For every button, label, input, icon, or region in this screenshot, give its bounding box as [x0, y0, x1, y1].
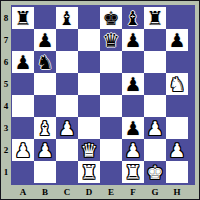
square-b5[interactable] — [34, 73, 56, 95]
square-d8[interactable] — [78, 7, 100, 29]
piece-white-rook-d1[interactable]: ♜ — [80, 161, 97, 183]
square-b6[interactable]: ♞ — [34, 51, 56, 73]
square-f7[interactable]: ♟ — [122, 29, 144, 51]
square-g4[interactable] — [144, 95, 166, 117]
piece-white-pawn-h2[interactable]: ♟ — [168, 139, 185, 161]
piece-black-knight-b6[interactable]: ♞ — [36, 51, 53, 73]
piece-white-pawn-a2[interactable]: ♟ — [14, 139, 31, 161]
piece-white-king-g1[interactable]: ♚ — [146, 161, 163, 183]
square-b3[interactable]: ♝ — [34, 117, 56, 139]
piece-white-pawn-b2[interactable]: ♟ — [36, 139, 53, 161]
file-label-e: E — [100, 187, 122, 198]
rank-label-4: 4 — [1, 95, 11, 117]
piece-white-knight-h5[interactable]: ♞ — [168, 73, 185, 95]
square-a5[interactable] — [12, 73, 34, 95]
piece-white-pawn-f2[interactable]: ♟ — [124, 139, 141, 161]
square-c7[interactable] — [56, 29, 78, 51]
piece-white-pawn-g3[interactable]: ♟ — [146, 117, 163, 139]
rank-label-8: 8 — [1, 7, 11, 29]
piece-white-queen-d2[interactable]: ♛ — [80, 139, 97, 161]
piece-black-pawn-b7[interactable]: ♟ — [36, 29, 53, 51]
square-d5[interactable] — [78, 73, 100, 95]
square-c2[interactable] — [56, 139, 78, 161]
square-f8[interactable]: ♝ — [122, 7, 144, 29]
square-c6[interactable] — [56, 51, 78, 73]
file-label-f: F — [122, 187, 144, 198]
rank-label-7: 7 — [1, 29, 11, 51]
square-c5[interactable] — [56, 73, 78, 95]
file-label-b: B — [34, 187, 56, 198]
piece-black-bishop-c8[interactable]: ♝ — [58, 7, 75, 29]
square-g6[interactable] — [144, 51, 166, 73]
square-d4[interactable] — [78, 95, 100, 117]
square-g1[interactable]: ♚ — [144, 161, 166, 183]
square-e1[interactable] — [100, 161, 122, 183]
square-d2[interactable]: ♛ — [78, 139, 100, 161]
square-b1[interactable] — [34, 161, 56, 183]
board-border: ♜♝♚♝♜♟♛♟♟♟♞♟♞♝♟♟♟♟♟♛♟♟♜♜♚ — [11, 5, 195, 185]
square-g2[interactable] — [144, 139, 166, 161]
square-h7[interactable]: ♟ — [166, 29, 188, 51]
square-h4[interactable] — [166, 95, 188, 117]
square-h6[interactable] — [166, 51, 188, 73]
square-c4[interactable] — [56, 95, 78, 117]
piece-black-bishop-f8[interactable]: ♝ — [124, 7, 141, 29]
square-b4[interactable] — [34, 95, 56, 117]
square-h1[interactable] — [166, 161, 188, 183]
square-f3[interactable]: ♟ — [122, 117, 144, 139]
square-e5[interactable] — [100, 73, 122, 95]
piece-black-queen-e7[interactable]: ♛ — [102, 29, 119, 51]
square-b8[interactable] — [34, 7, 56, 29]
piece-white-pawn-c3[interactable]: ♟ — [58, 117, 75, 139]
square-e8[interactable]: ♚ — [100, 7, 122, 29]
piece-white-rook-f1[interactable]: ♜ — [124, 161, 141, 183]
square-e3[interactable] — [100, 117, 122, 139]
square-h8[interactable] — [166, 7, 188, 29]
square-c8[interactable]: ♝ — [56, 7, 78, 29]
square-g3[interactable]: ♟ — [144, 117, 166, 139]
piece-white-bishop-b3[interactable]: ♝ — [36, 117, 53, 139]
square-h5[interactable]: ♞ — [166, 73, 188, 95]
square-f2[interactable]: ♟ — [122, 139, 144, 161]
piece-black-pawn-a6[interactable]: ♟ — [14, 51, 31, 73]
square-g5[interactable] — [144, 73, 166, 95]
rank-labels: 87654321 — [1, 7, 11, 183]
square-a1[interactable] — [12, 161, 34, 183]
square-a6[interactable]: ♟ — [12, 51, 34, 73]
file-label-c: C — [56, 187, 78, 198]
rank-label-1: 1 — [1, 161, 11, 183]
square-e6[interactable] — [100, 51, 122, 73]
square-c1[interactable] — [56, 161, 78, 183]
square-f1[interactable]: ♜ — [122, 161, 144, 183]
square-a7[interactable] — [12, 29, 34, 51]
square-f4[interactable] — [122, 95, 144, 117]
square-d1[interactable]: ♜ — [78, 161, 100, 183]
piece-black-pawn-f7[interactable]: ♟ — [124, 29, 141, 51]
piece-black-rook-g8[interactable]: ♜ — [146, 7, 163, 29]
square-d7[interactable] — [78, 29, 100, 51]
piece-black-pawn-f5[interactable]: ♟ — [124, 73, 141, 95]
file-label-a: A — [12, 187, 34, 198]
square-b2[interactable]: ♟ — [34, 139, 56, 161]
square-a2[interactable]: ♟ — [12, 139, 34, 161]
piece-black-rook-a8[interactable]: ♜ — [14, 7, 31, 29]
rank-label-6: 6 — [1, 51, 11, 73]
square-b7[interactable]: ♟ — [34, 29, 56, 51]
piece-black-king-e8[interactable]: ♚ — [102, 7, 119, 29]
board-frame: 87654321 ♜♝♚♝♜♟♛♟♟♟♞♟♞♝♟♟♟♟♟♛♟♟♜♜♚ ABCDE… — [0, 0, 200, 200]
file-labels: ABCDEFGH — [12, 187, 188, 198]
square-e4[interactable] — [100, 95, 122, 117]
rank-label-3: 3 — [1, 117, 11, 139]
square-g8[interactable]: ♜ — [144, 7, 166, 29]
rank-label-5: 5 — [1, 73, 11, 95]
chess-board: ♜♝♚♝♜♟♛♟♟♟♞♟♞♝♟♟♟♟♟♛♟♟♜♜♚ — [12, 7, 188, 183]
square-g7[interactable] — [144, 29, 166, 51]
square-a8[interactable]: ♜ — [12, 7, 34, 29]
square-a4[interactable] — [12, 95, 34, 117]
square-f6[interactable] — [122, 51, 144, 73]
square-h2[interactable]: ♟ — [166, 139, 188, 161]
square-d3[interactable] — [78, 117, 100, 139]
file-label-d: D — [78, 187, 100, 198]
square-c3[interactable]: ♟ — [56, 117, 78, 139]
square-e7[interactable]: ♛ — [100, 29, 122, 51]
square-a3[interactable] — [12, 117, 34, 139]
file-label-g: G — [144, 187, 166, 198]
file-label-h: H — [166, 187, 188, 198]
square-d6[interactable] — [78, 51, 100, 73]
rank-label-2: 2 — [1, 139, 11, 161]
square-e2[interactable] — [100, 139, 122, 161]
square-h3[interactable] — [166, 117, 188, 139]
square-f5[interactable]: ♟ — [122, 73, 144, 95]
piece-black-pawn-h7[interactable]: ♟ — [168, 29, 185, 51]
piece-black-pawn-f3[interactable]: ♟ — [124, 117, 141, 139]
